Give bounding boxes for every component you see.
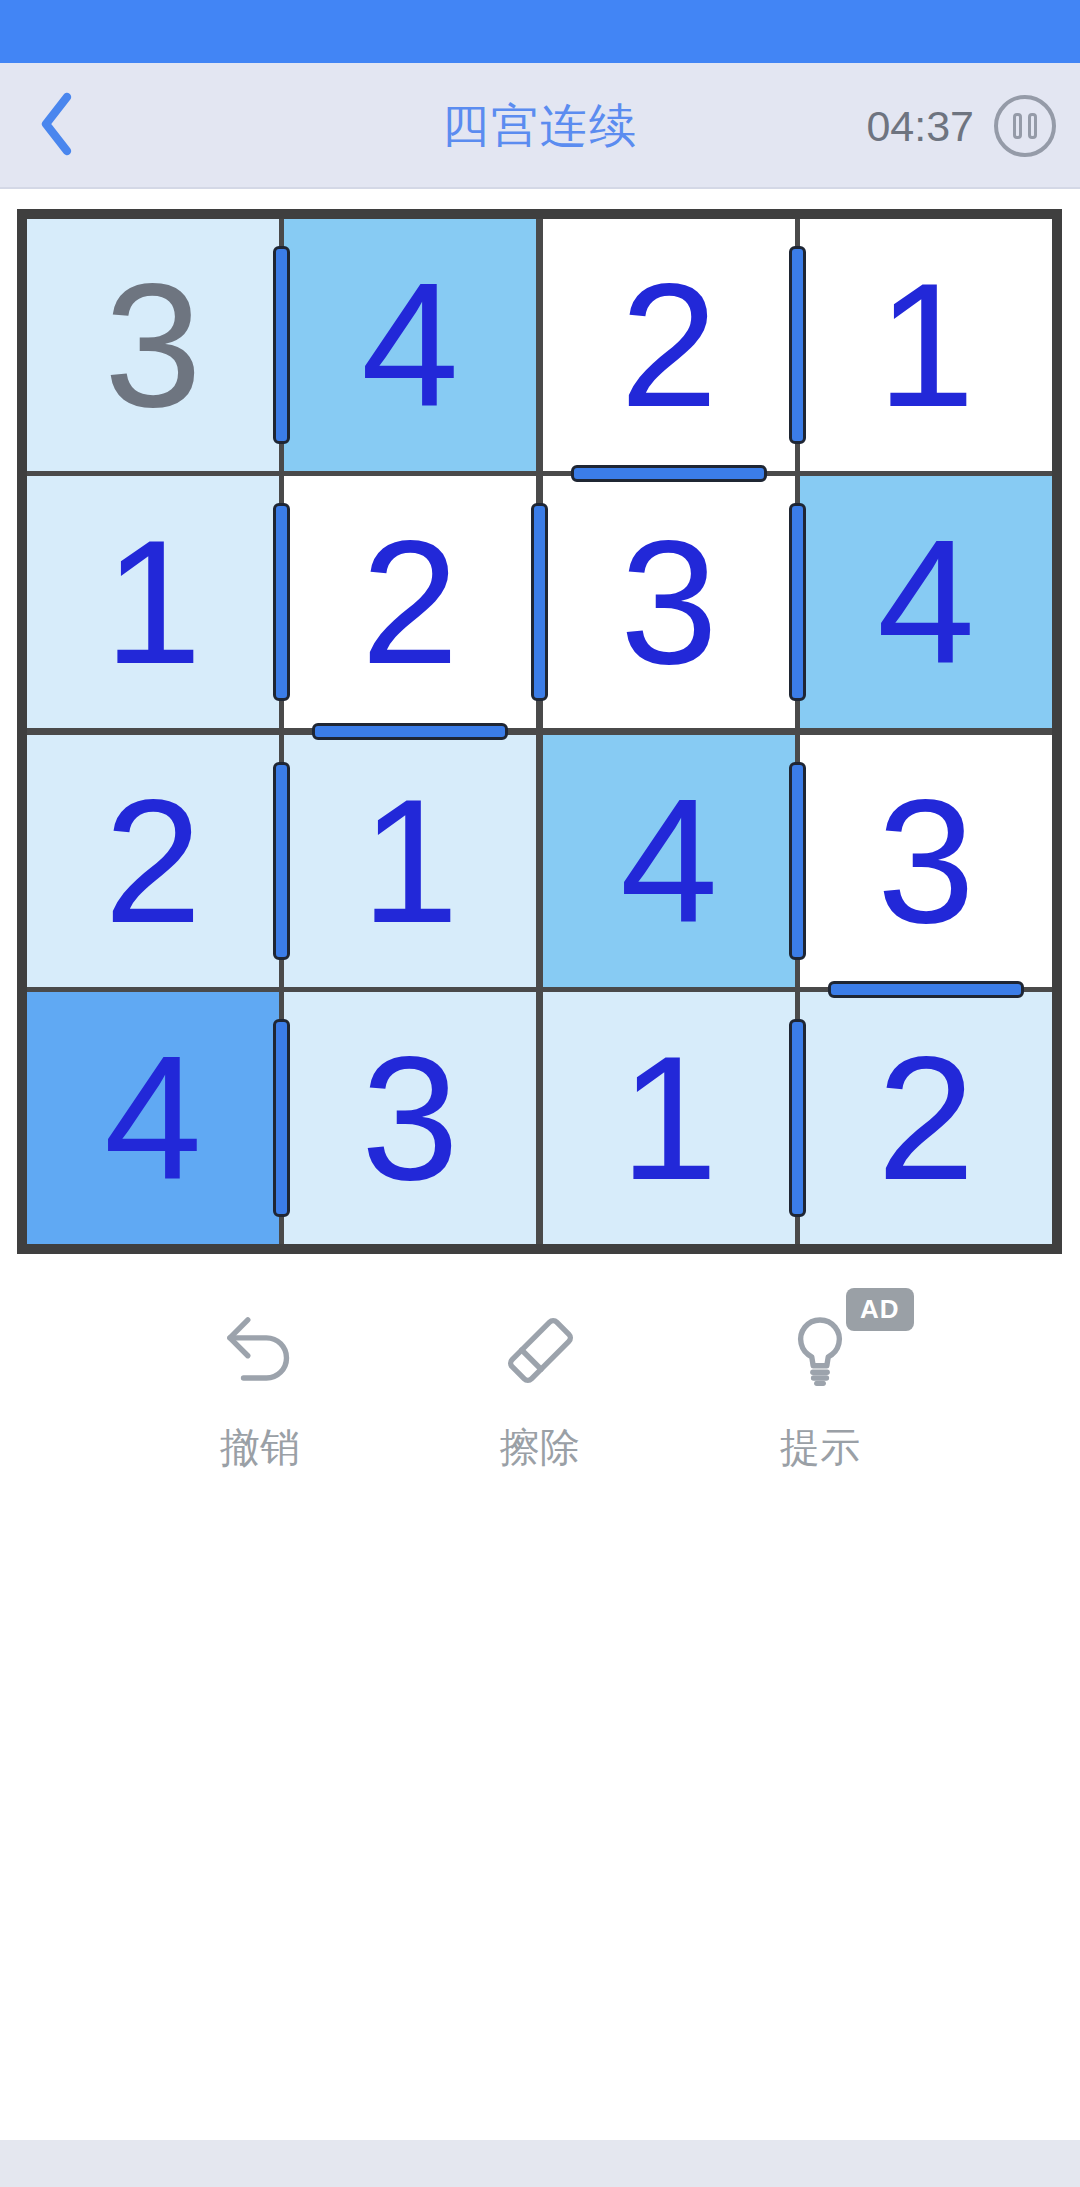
cell-value: 2 bbox=[877, 1030, 975, 1206]
cell-value: 1 bbox=[620, 1030, 718, 1206]
cell-r4c1[interactable]: 4 bbox=[27, 992, 279, 1244]
consecutive-marker bbox=[273, 1019, 290, 1217]
bottom-bar bbox=[0, 2140, 1080, 2187]
consecutive-marker bbox=[828, 981, 1024, 998]
undo-arrow-icon bbox=[212, 1302, 308, 1398]
cell-value: 4 bbox=[620, 773, 718, 949]
cell-value: 4 bbox=[877, 514, 975, 690]
app-screen: 四宫连续 04:37 3421123421434312 撤销 bbox=[0, 0, 1080, 2187]
undo-button[interactable]: 撤销 bbox=[120, 1302, 400, 1475]
header-right: 04:37 bbox=[866, 63, 1056, 189]
consecutive-marker bbox=[273, 246, 290, 444]
cell-r3c1[interactable]: 2 bbox=[27, 735, 279, 987]
cell-r2c3[interactable]: 3 bbox=[543, 476, 795, 728]
cell-value: 1 bbox=[877, 257, 975, 433]
cell-value: 2 bbox=[620, 257, 718, 433]
cell-r1c2[interactable]: 4 bbox=[284, 219, 536, 471]
consecutive-marker bbox=[571, 465, 767, 482]
cell-r1c4[interactable]: 1 bbox=[800, 219, 1052, 471]
cell-r3c2[interactable]: 1 bbox=[284, 735, 536, 987]
consecutive-marker bbox=[789, 1019, 806, 1217]
cell-r2c2[interactable]: 2 bbox=[284, 476, 536, 728]
status-bar bbox=[0, 0, 1080, 63]
eraser-icon bbox=[492, 1302, 588, 1398]
consecutive-marker bbox=[789, 762, 806, 960]
cell-value: 1 bbox=[104, 514, 202, 690]
cell-value: 3 bbox=[620, 514, 718, 690]
cell-r4c2[interactable]: 3 bbox=[284, 992, 536, 1244]
hint-button[interactable]: AD 提示 bbox=[680, 1302, 960, 1475]
cell-r3c4[interactable]: 3 bbox=[800, 735, 1052, 987]
hint-label: 提示 bbox=[780, 1420, 860, 1475]
cell-r2c1[interactable]: 1 bbox=[27, 476, 279, 728]
erase-label: 擦除 bbox=[500, 1420, 580, 1475]
header: 四宫连续 04:37 bbox=[0, 63, 1080, 189]
cell-value: 3 bbox=[877, 773, 975, 949]
consecutive-marker bbox=[273, 762, 290, 960]
consecutive-marker bbox=[273, 503, 290, 701]
cell-r4c3[interactable]: 1 bbox=[543, 992, 795, 1244]
cell-value: 3 bbox=[104, 257, 202, 433]
undo-label: 撤销 bbox=[220, 1420, 300, 1475]
pause-button[interactable] bbox=[994, 95, 1056, 157]
cell-r1c1[interactable]: 3 bbox=[27, 219, 279, 471]
cell-r2c4[interactable]: 4 bbox=[800, 476, 1052, 728]
cell-r4c4[interactable]: 2 bbox=[800, 992, 1052, 1244]
consecutive-marker bbox=[789, 503, 806, 701]
pause-icon bbox=[1013, 113, 1022, 139]
erase-button[interactable]: 擦除 bbox=[400, 1302, 680, 1475]
cell-value: 3 bbox=[361, 1030, 459, 1206]
cell-value: 1 bbox=[361, 773, 459, 949]
ad-badge: AD bbox=[846, 1288, 914, 1331]
pause-icon bbox=[1028, 113, 1037, 139]
timer: 04:37 bbox=[866, 102, 974, 151]
toolbar: 撤销 擦除 AD bbox=[120, 1302, 960, 1475]
cell-value: 4 bbox=[104, 1030, 202, 1206]
consecutive-marker bbox=[312, 723, 508, 740]
cell-r1c3[interactable]: 2 bbox=[543, 219, 795, 471]
consecutive-marker bbox=[531, 503, 548, 701]
sudoku-board: 3421123421434312 bbox=[17, 209, 1062, 1254]
consecutive-marker bbox=[789, 246, 806, 444]
cell-r3c3[interactable]: 4 bbox=[543, 735, 795, 987]
cell-value: 4 bbox=[361, 257, 459, 433]
cell-value: 2 bbox=[361, 514, 459, 690]
cell-value: 2 bbox=[104, 773, 202, 949]
